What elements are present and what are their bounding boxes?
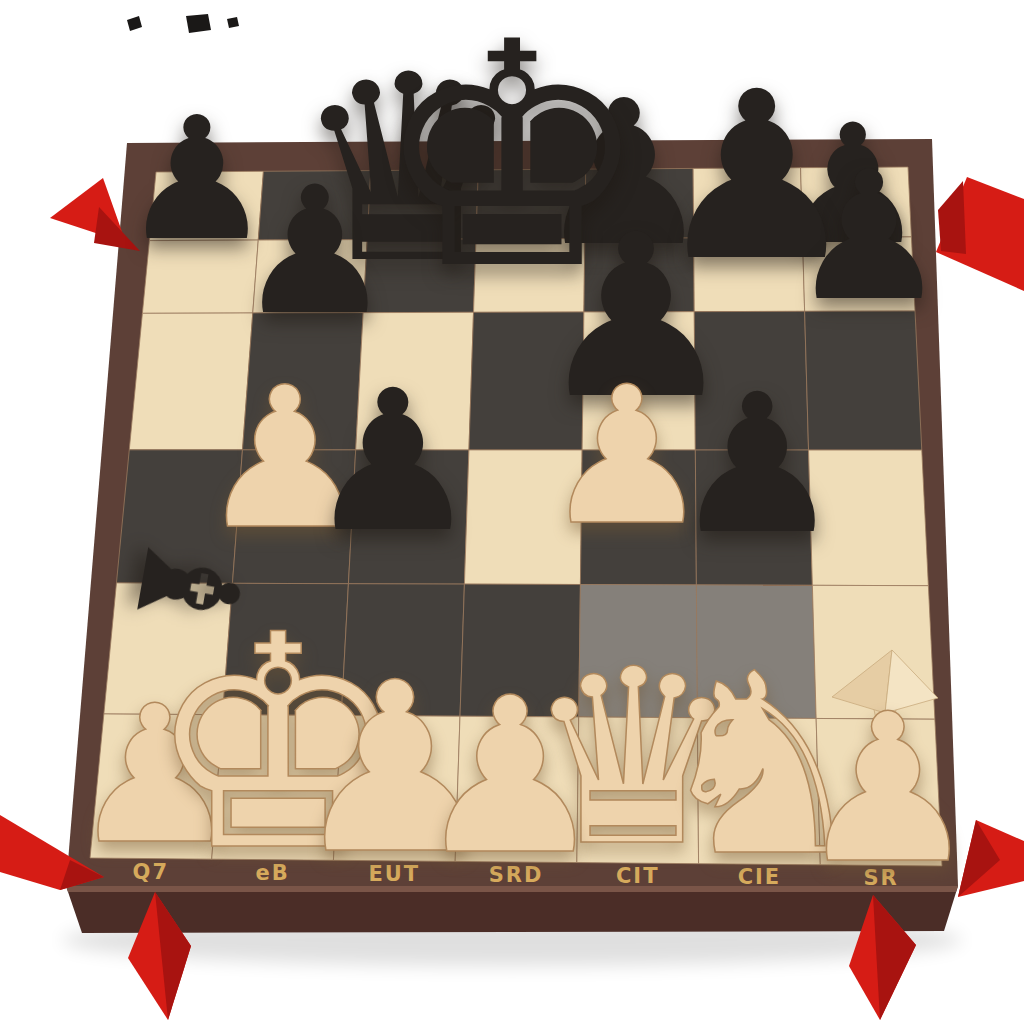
black-pawn[interactable]: ♟ <box>780 148 958 326</box>
top-artifact-1 <box>127 16 142 31</box>
black-pawn[interactable]: ♟ <box>227 164 403 340</box>
black-pawn[interactable]: ♟ <box>661 369 853 561</box>
white-pawn[interactable]: ♟ <box>403 669 618 884</box>
top-artifact-2 <box>186 14 211 33</box>
black-pawn[interactable]: ♟ <box>296 364 491 559</box>
white-pawn[interactable]: ♟ <box>786 687 991 892</box>
chessboard-scene: Q7eBEUTSRDCITCIESR ♟♟♛♚♟♟♟♟♟♟♟♝♟♟♟♚♟♟♛♞♟ <box>0 0 1024 1024</box>
top-artifact-3 <box>227 17 239 28</box>
